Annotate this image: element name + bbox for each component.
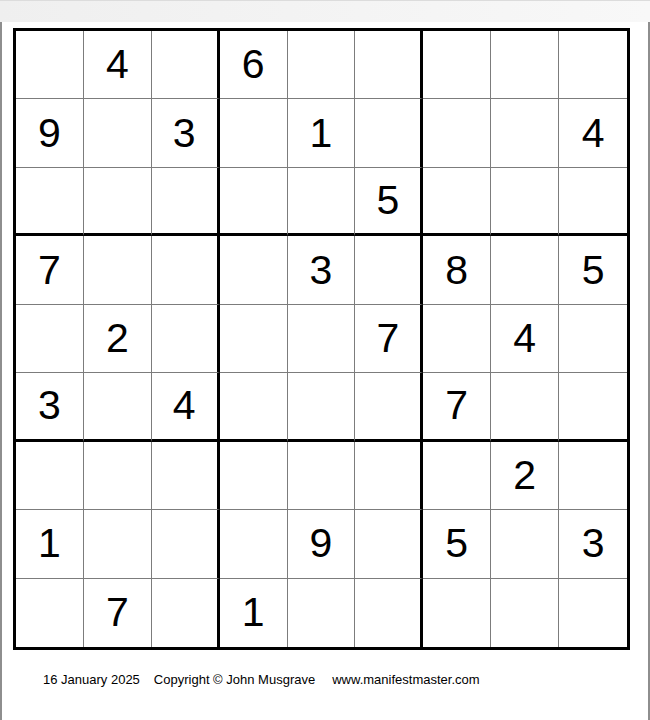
cell-r3c2[interactable] xyxy=(84,168,152,236)
cell-r7c3[interactable] xyxy=(152,442,220,510)
footer: 16 January 2025Copyright © John Musgrave… xyxy=(43,672,480,688)
cell-r6c3[interactable]: 4 xyxy=(152,373,220,441)
cell-r4c2[interactable] xyxy=(84,236,152,304)
cell-r1c7[interactable] xyxy=(423,31,491,99)
cell-r9c3[interactable] xyxy=(152,579,220,647)
cell-r2c9[interactable]: 4 xyxy=(559,99,627,167)
cell-r7c6[interactable] xyxy=(355,442,423,510)
cell-r7c1[interactable] xyxy=(16,442,84,510)
cell-r9c4[interactable]: 1 xyxy=(220,579,288,647)
cell-r9c6[interactable] xyxy=(355,579,423,647)
cell-r5c9[interactable] xyxy=(559,305,627,373)
cell-r4c1[interactable]: 7 xyxy=(16,236,84,304)
cell-r3c1[interactable] xyxy=(16,168,84,236)
cell-r6c2[interactable] xyxy=(84,373,152,441)
cell-r1c2[interactable]: 4 xyxy=(84,31,152,99)
cell-r7c7[interactable] xyxy=(423,442,491,510)
cell-r4c3[interactable] xyxy=(152,236,220,304)
cell-r5c3[interactable] xyxy=(152,305,220,373)
puzzle-date: 16 January 2025 xyxy=(43,672,140,687)
cell-r5c2[interactable]: 2 xyxy=(84,305,152,373)
cell-r6c5[interactable] xyxy=(288,373,356,441)
cell-r5c4[interactable] xyxy=(220,305,288,373)
cell-r8c3[interactable] xyxy=(152,510,220,578)
cell-r1c8[interactable] xyxy=(491,31,559,99)
cell-r4c8[interactable] xyxy=(491,236,559,304)
cell-r3c6[interactable]: 5 xyxy=(355,168,423,236)
cell-r5c6[interactable]: 7 xyxy=(355,305,423,373)
cell-r2c5[interactable]: 1 xyxy=(288,99,356,167)
cell-r3c7[interactable] xyxy=(423,168,491,236)
cell-r9c8[interactable] xyxy=(491,579,559,647)
cell-r8c6[interactable] xyxy=(355,510,423,578)
cell-r5c5[interactable] xyxy=(288,305,356,373)
cell-r6c9[interactable] xyxy=(559,373,627,441)
cell-r5c7[interactable] xyxy=(423,305,491,373)
cell-r1c1[interactable] xyxy=(16,31,84,99)
cell-r3c3[interactable] xyxy=(152,168,220,236)
cell-r4c5[interactable]: 3 xyxy=(288,236,356,304)
cell-r4c9[interactable]: 5 xyxy=(559,236,627,304)
cell-r1c6[interactable] xyxy=(355,31,423,99)
cell-r8c8[interactable] xyxy=(491,510,559,578)
cell-r8c5[interactable]: 9 xyxy=(288,510,356,578)
puzzle-page: 469314573852743472195371 16 January 2025… xyxy=(0,0,650,720)
cell-r1c4[interactable]: 6 xyxy=(220,31,288,99)
cell-r7c2[interactable] xyxy=(84,442,152,510)
cell-r5c1[interactable] xyxy=(16,305,84,373)
cell-r9c9[interactable] xyxy=(559,579,627,647)
cell-r2c7[interactable] xyxy=(423,99,491,167)
cell-r6c1[interactable]: 3 xyxy=(16,373,84,441)
cell-r3c8[interactable] xyxy=(491,168,559,236)
cell-r1c9[interactable] xyxy=(559,31,627,99)
cell-r9c2[interactable]: 7 xyxy=(84,579,152,647)
cell-r4c4[interactable] xyxy=(220,236,288,304)
cell-r2c6[interactable] xyxy=(355,99,423,167)
cell-r3c5[interactable] xyxy=(288,168,356,236)
sudoku-board: 469314573852743472195371 xyxy=(13,28,630,650)
cell-r8c9[interactable]: 3 xyxy=(559,510,627,578)
cell-r8c7[interactable]: 5 xyxy=(423,510,491,578)
cell-r3c9[interactable] xyxy=(559,168,627,236)
cell-r6c6[interactable] xyxy=(355,373,423,441)
cell-r8c4[interactable] xyxy=(220,510,288,578)
cell-r2c2[interactable] xyxy=(84,99,152,167)
cell-r3c4[interactable] xyxy=(220,168,288,236)
website-url: www.manifestmaster.com xyxy=(332,672,479,687)
cell-r5c8[interactable]: 4 xyxy=(491,305,559,373)
cell-r7c5[interactable] xyxy=(288,442,356,510)
cell-r2c8[interactable] xyxy=(491,99,559,167)
cell-r1c5[interactable] xyxy=(288,31,356,99)
cell-r2c1[interactable]: 9 xyxy=(16,99,84,167)
cell-r9c7[interactable] xyxy=(423,579,491,647)
top-strip xyxy=(0,0,650,22)
cell-r4c7[interactable]: 8 xyxy=(423,236,491,304)
cell-r6c7[interactable]: 7 xyxy=(423,373,491,441)
cell-r7c9[interactable] xyxy=(559,442,627,510)
cell-r7c4[interactable] xyxy=(220,442,288,510)
cell-r7c8[interactable]: 2 xyxy=(491,442,559,510)
cell-r9c1[interactable] xyxy=(16,579,84,647)
copyright-text: Copyright © John Musgrave xyxy=(154,672,315,687)
cell-r2c4[interactable] xyxy=(220,99,288,167)
cell-r1c3[interactable] xyxy=(152,31,220,99)
cell-r2c3[interactable]: 3 xyxy=(152,99,220,167)
cell-r4c6[interactable] xyxy=(355,236,423,304)
cell-r9c5[interactable] xyxy=(288,579,356,647)
cell-r8c1[interactable]: 1 xyxy=(16,510,84,578)
cell-r8c2[interactable] xyxy=(84,510,152,578)
cell-r6c4[interactable] xyxy=(220,373,288,441)
cell-r6c8[interactable] xyxy=(491,373,559,441)
